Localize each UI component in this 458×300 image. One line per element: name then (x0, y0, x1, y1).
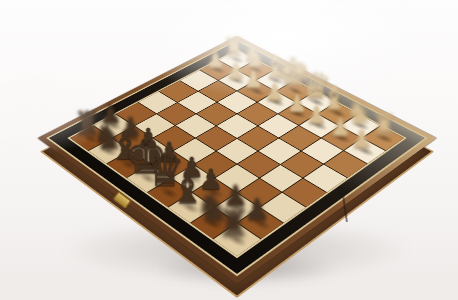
board-square[interactable] (138, 91, 176, 113)
piece-glyph: ♟ (337, 127, 386, 151)
board-square[interactable]: ♜ (214, 224, 261, 256)
piece-glyph: ♜ (206, 204, 261, 241)
photo-scene: ♜♞♝♚♛♝♞♜♟♟♟♟♟♟♟♟♟♟♟♟♟♟♟♟♜♞♝♚♛♝♞♜ (0, 0, 458, 300)
